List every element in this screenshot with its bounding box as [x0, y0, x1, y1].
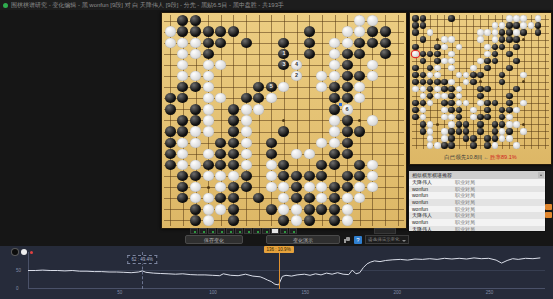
- board-cell[interactable]: [419, 22, 426, 29]
- board-cell[interactable]: [434, 142, 441, 149]
- board-cell[interactable]: [278, 71, 291, 82]
- variation-strip[interactable]: [190, 228, 297, 234]
- board-cell[interactable]: [491, 36, 498, 43]
- variation-step[interactable]: [280, 228, 288, 234]
- similar-game-row[interactable]: wonfun职业对局: [409, 186, 545, 193]
- board-cell[interactable]: [164, 215, 177, 226]
- board-cell[interactable]: [535, 128, 542, 135]
- board-cell[interactable]: [448, 71, 455, 78]
- board-cell[interactable]: [513, 128, 520, 135]
- similar-game-row[interactable]: wonfun职业对局: [409, 199, 545, 206]
- board-cell[interactable]: [499, 78, 506, 85]
- board-cell[interactable]: [513, 86, 520, 93]
- board-cell[interactable]: [542, 93, 549, 100]
- board-cell[interactable]: [366, 104, 379, 115]
- board-cell[interactable]: [441, 107, 448, 114]
- board-cell[interactable]: [341, 59, 354, 70]
- board-cell[interactable]: [177, 193, 190, 204]
- board-cell[interactable]: [491, 107, 498, 114]
- board-cell[interactable]: [366, 59, 379, 70]
- board-cell[interactable]: [535, 71, 542, 78]
- board-cell[interactable]: [520, 114, 527, 121]
- board-cell[interactable]: [265, 26, 278, 37]
- board-cell[interactable]: [391, 126, 404, 137]
- board-cell[interactable]: [513, 100, 520, 107]
- board-cell[interactable]: [448, 107, 455, 114]
- board-cell[interactable]: [434, 114, 441, 121]
- board-cell[interactable]: [303, 37, 316, 48]
- board-cell[interactable]: [513, 43, 520, 50]
- board-cell[interactable]: [202, 137, 215, 148]
- board-cell[interactable]: [484, 93, 491, 100]
- board-cell[interactable]: [527, 64, 534, 71]
- board-cell[interactable]: [303, 215, 316, 226]
- similar-game-row[interactable]: wonfun职业对局: [409, 206, 545, 213]
- board-cell[interactable]: [491, 100, 498, 107]
- board-cell[interactable]: [164, 26, 177, 37]
- board-cell[interactable]: [202, 15, 215, 26]
- board-cell[interactable]: [202, 48, 215, 59]
- board-cell[interactable]: [278, 215, 291, 226]
- board-cell[interactable]: [303, 115, 316, 126]
- board-cell[interactable]: [412, 50, 419, 57]
- board-cell[interactable]: [462, 36, 469, 43]
- board-cell[interactable]: [353, 37, 366, 48]
- board-cell[interactable]: [164, 126, 177, 137]
- board-cell[interactable]: [434, 86, 441, 93]
- board-cell[interactable]: [303, 193, 316, 204]
- board-cell[interactable]: [412, 29, 419, 36]
- board-cell[interactable]: [412, 93, 419, 100]
- board-cell[interactable]: [506, 107, 513, 114]
- board-cell[interactable]: [366, 48, 379, 59]
- board-cell[interactable]: [341, 71, 354, 82]
- board-cell[interactable]: [455, 50, 462, 57]
- board-cell[interactable]: [189, 115, 202, 126]
- board-cell[interactable]: [328, 126, 341, 137]
- board-cell[interactable]: [379, 104, 392, 115]
- board-cell[interactable]: [303, 126, 316, 137]
- board-cell[interactable]: [470, 100, 477, 107]
- board-cell[interactable]: [316, 126, 329, 137]
- board-cell[interactable]: [189, 148, 202, 159]
- board-cell[interactable]: [240, 104, 253, 115]
- board-cell[interactable]: [164, 37, 177, 48]
- board-cell[interactable]: [366, 15, 379, 26]
- board-cell[interactable]: [189, 126, 202, 137]
- board-cell[interactable]: [448, 15, 455, 22]
- board-cell[interactable]: [527, 100, 534, 107]
- board-cell[interactable]: [303, 104, 316, 115]
- board-cell[interactable]: [426, 50, 433, 57]
- board-cell[interactable]: [441, 29, 448, 36]
- toolbar-mini-button[interactable]: [374, 228, 396, 234]
- board-cell[interactable]: [366, 82, 379, 93]
- board-cell[interactable]: [252, 193, 265, 204]
- board-cell[interactable]: [353, 115, 366, 126]
- board-cell[interactable]: [441, 43, 448, 50]
- board-cell[interactable]: [202, 204, 215, 215]
- board-cell[interactable]: [290, 37, 303, 48]
- board-cell[interactable]: [252, 215, 265, 226]
- board-cell[interactable]: [391, 15, 404, 26]
- board-cell[interactable]: [265, 148, 278, 159]
- board-cell[interactable]: [366, 193, 379, 204]
- board-cell[interactable]: [462, 64, 469, 71]
- board-cell[interactable]: [328, 59, 341, 70]
- board-cell[interactable]: [535, 36, 542, 43]
- board-cell[interactable]: [506, 93, 513, 100]
- board-cell[interactable]: [265, 204, 278, 215]
- board-cell[interactable]: [542, 121, 549, 128]
- board-cell[interactable]: [341, 193, 354, 204]
- board-cell[interactable]: [227, 193, 240, 204]
- board-cell[interactable]: [542, 15, 549, 22]
- board-cell[interactable]: [227, 170, 240, 181]
- board-cell[interactable]: [484, 86, 491, 93]
- white-winrate-toggle[interactable]: [21, 249, 27, 255]
- board-cell[interactable]: [328, 48, 341, 59]
- board-cell[interactable]: [252, 82, 265, 93]
- similar-game-row[interactable]: 天降伟人职业对局: [409, 212, 545, 219]
- board-cell[interactable]: [252, 204, 265, 215]
- board-cell[interactable]: [278, 93, 291, 104]
- board-cell[interactable]: [484, 128, 491, 135]
- board-cell[interactable]: [513, 142, 520, 149]
- board-cell[interactable]: [412, 36, 419, 43]
- board-cell[interactable]: [252, 170, 265, 181]
- board-cell[interactable]: [441, 135, 448, 142]
- board-cell[interactable]: [419, 107, 426, 114]
- board-cell[interactable]: [419, 78, 426, 85]
- board-cell[interactable]: [341, 170, 354, 181]
- variation-step[interactable]: [226, 228, 234, 234]
- board-cell[interactable]: [265, 182, 278, 193]
- board-cell[interactable]: [455, 135, 462, 142]
- board-cell[interactable]: [227, 215, 240, 226]
- board-cell[interactable]: [455, 86, 462, 93]
- board-cell[interactable]: [542, 142, 549, 149]
- board-cell[interactable]: [419, 100, 426, 107]
- board-cell[interactable]: 4: [290, 59, 303, 70]
- board-cell[interactable]: [520, 142, 527, 149]
- board-cell[interactable]: [455, 15, 462, 22]
- board-cell[interactable]: [448, 36, 455, 43]
- board-cell[interactable]: [412, 22, 419, 29]
- board-cell[interactable]: [448, 100, 455, 107]
- similar-game-row[interactable]: wonfun职业对局: [409, 192, 545, 199]
- board-cell[interactable]: [520, 36, 527, 43]
- board-cell[interactable]: [434, 50, 441, 57]
- board-cell[interactable]: [499, 100, 506, 107]
- board-cell[interactable]: [240, 15, 253, 26]
- board-cell[interactable]: [462, 142, 469, 149]
- board-cell[interactable]: [542, 29, 549, 36]
- board-cell[interactable]: [426, 64, 433, 71]
- board-cell[interactable]: [265, 215, 278, 226]
- board-cell[interactable]: [391, 215, 404, 226]
- board-cell[interactable]: [290, 204, 303, 215]
- board-cell[interactable]: [278, 193, 291, 204]
- board-cell[interactable]: [491, 43, 498, 50]
- board-cell[interactable]: [252, 126, 265, 137]
- board-cell[interactable]: [484, 43, 491, 50]
- board-cell[interactable]: [527, 78, 534, 85]
- board-cell[interactable]: [434, 57, 441, 64]
- board-cell[interactable]: [164, 104, 177, 115]
- board-cell[interactable]: [527, 135, 534, 142]
- board-cell[interactable]: [448, 135, 455, 142]
- board-cell[interactable]: [177, 71, 190, 82]
- board-cell[interactable]: [290, 82, 303, 93]
- board-cell[interactable]: [265, 93, 278, 104]
- board-cell[interactable]: [164, 159, 177, 170]
- board-cell[interactable]: [455, 142, 462, 149]
- board-cell[interactable]: [379, 82, 392, 93]
- board-cell[interactable]: [303, 82, 316, 93]
- board-cell[interactable]: [353, 82, 366, 93]
- variation-step[interactable]: [253, 228, 261, 234]
- board-cell[interactable]: [265, 59, 278, 70]
- board-cell[interactable]: [177, 126, 190, 137]
- board-cell[interactable]: [379, 26, 392, 37]
- variation-step-active[interactable]: [271, 228, 279, 234]
- board-cell[interactable]: [462, 93, 469, 100]
- board-cell[interactable]: [455, 114, 462, 121]
- board-cell[interactable]: [290, 93, 303, 104]
- board-cell[interactable]: [499, 93, 506, 100]
- board-cell[interactable]: [470, 22, 477, 29]
- board-cell[interactable]: [278, 204, 291, 215]
- board-cell[interactable]: [491, 86, 498, 93]
- board-cell[interactable]: [328, 170, 341, 181]
- board-cell[interactable]: [202, 71, 215, 82]
- board-cell[interactable]: [499, 142, 506, 149]
- board-cell[interactable]: [353, 93, 366, 104]
- board-cell[interactable]: [265, 137, 278, 148]
- board-cell[interactable]: [189, 71, 202, 82]
- board-cell[interactable]: [477, 15, 484, 22]
- board-cell[interactable]: [278, 159, 291, 170]
- board-cell[interactable]: [441, 64, 448, 71]
- board-cell[interactable]: [265, 71, 278, 82]
- board-cell[interactable]: [278, 82, 291, 93]
- board-cell[interactable]: [506, 64, 513, 71]
- board-cell[interactable]: [441, 71, 448, 78]
- board-cell[interactable]: [535, 57, 542, 64]
- board-cell[interactable]: [506, 142, 513, 149]
- board-cell[interactable]: [177, 26, 190, 37]
- board-cell[interactable]: [189, 215, 202, 226]
- board-cell[interactable]: [202, 104, 215, 115]
- board-cell[interactable]: [434, 15, 441, 22]
- board-cell[interactable]: [499, 114, 506, 121]
- board-cell[interactable]: [412, 57, 419, 64]
- board-cell[interactable]: [316, 193, 329, 204]
- board-cell[interactable]: [520, 128, 527, 135]
- board-cell[interactable]: [227, 93, 240, 104]
- board-cell[interactable]: [202, 59, 215, 70]
- board-cell[interactable]: [506, 114, 513, 121]
- board-cell[interactable]: [441, 78, 448, 85]
- board-cell[interactable]: [462, 135, 469, 142]
- board-cell[interactable]: [470, 128, 477, 135]
- board-cell[interactable]: [227, 37, 240, 48]
- board-cell[interactable]: [164, 148, 177, 159]
- board-cell[interactable]: [455, 107, 462, 114]
- board-cell[interactable]: [455, 93, 462, 100]
- board-cell[interactable]: [341, 48, 354, 59]
- board-cell[interactable]: [542, 64, 549, 71]
- board-cell[interactable]: [265, 48, 278, 59]
- board-cell[interactable]: [470, 121, 477, 128]
- board-cell[interactable]: [379, 159, 392, 170]
- board-cell[interactable]: [434, 29, 441, 36]
- board-cell[interactable]: [542, 36, 549, 43]
- board-cell[interactable]: [353, 71, 366, 82]
- board-cell[interactable]: [470, 36, 477, 43]
- board-cell[interactable]: [506, 135, 513, 142]
- board-cell[interactable]: [477, 43, 484, 50]
- board-cell[interactable]: [535, 135, 542, 142]
- board-cell[interactable]: [265, 170, 278, 181]
- board-cell[interactable]: [290, 104, 303, 115]
- board-cell[interactable]: [491, 22, 498, 29]
- board-cell[interactable]: [278, 15, 291, 26]
- board-cell[interactable]: [177, 159, 190, 170]
- board-cell[interactable]: [462, 22, 469, 29]
- board-cell[interactable]: [252, 59, 265, 70]
- board-cell[interactable]: [353, 148, 366, 159]
- board-cell[interactable]: [527, 50, 534, 57]
- board-cell[interactable]: [484, 142, 491, 149]
- board-cell[interactable]: [252, 182, 265, 193]
- board-cell[interactable]: [177, 82, 190, 93]
- board-cell[interactable]: [419, 135, 426, 142]
- board-cell[interactable]: [164, 193, 177, 204]
- board-cell[interactable]: [419, 71, 426, 78]
- board-cell[interactable]: [366, 215, 379, 226]
- board-cell[interactable]: [366, 159, 379, 170]
- board-cell[interactable]: [265, 193, 278, 204]
- board-cell[interactable]: [513, 135, 520, 142]
- board-cell[interactable]: [527, 142, 534, 149]
- board-cell[interactable]: [520, 64, 527, 71]
- board-cell[interactable]: [164, 48, 177, 59]
- board-cell[interactable]: [227, 126, 240, 137]
- board-cell[interactable]: [227, 48, 240, 59]
- board-cell[interactable]: [542, 50, 549, 57]
- side-badge-bottom[interactable]: [545, 212, 552, 218]
- board-cell[interactable]: [240, 71, 253, 82]
- board-cell[interactable]: [391, 93, 404, 104]
- board-cell[interactable]: [303, 15, 316, 26]
- board-cell[interactable]: [535, 114, 542, 121]
- board-cell[interactable]: [448, 78, 455, 85]
- board-cell[interactable]: [412, 100, 419, 107]
- board-cell[interactable]: [455, 57, 462, 64]
- board-cell[interactable]: [316, 170, 329, 181]
- board-cell[interactable]: [353, 159, 366, 170]
- small-board[interactable]: [412, 15, 549, 149]
- board-cell[interactable]: 6: [341, 104, 354, 115]
- board-cell[interactable]: [434, 78, 441, 85]
- board-cell[interactable]: [499, 50, 506, 57]
- board-cell[interactable]: [535, 93, 542, 100]
- board-cell[interactable]: [290, 170, 303, 181]
- board-cell[interactable]: [477, 142, 484, 149]
- board-cell[interactable]: [499, 128, 506, 135]
- board-cell[interactable]: [278, 26, 291, 37]
- board-cell[interactable]: [491, 121, 498, 128]
- board-cell[interactable]: [290, 15, 303, 26]
- board-cell[interactable]: [328, 115, 341, 126]
- board-cell[interactable]: [303, 148, 316, 159]
- board-cell[interactable]: [455, 36, 462, 43]
- board-cell[interactable]: [366, 115, 379, 126]
- board-cell[interactable]: [202, 148, 215, 159]
- board-cell[interactable]: [366, 37, 379, 48]
- board-cell[interactable]: [379, 93, 392, 104]
- board-cell[interactable]: [412, 135, 419, 142]
- board-cell[interactable]: [353, 193, 366, 204]
- board-cell[interactable]: 3: [278, 59, 291, 70]
- board-cell[interactable]: [303, 59, 316, 70]
- board-cell[interactable]: [527, 15, 534, 22]
- board-cell[interactable]: [177, 115, 190, 126]
- board-cell[interactable]: [240, 137, 253, 148]
- board-cell[interactable]: [448, 43, 455, 50]
- board-cell[interactable]: [491, 114, 498, 121]
- board-cell[interactable]: 2: [290, 71, 303, 82]
- board-cell[interactable]: [290, 115, 303, 126]
- board-cell[interactable]: [189, 82, 202, 93]
- board-cell[interactable]: [542, 128, 549, 135]
- board-cell[interactable]: [164, 170, 177, 181]
- board-cell[interactable]: [542, 43, 549, 50]
- board-cell[interactable]: [535, 29, 542, 36]
- board-cell[interactable]: [520, 107, 527, 114]
- board-cell[interactable]: [499, 36, 506, 43]
- board-cell[interactable]: [434, 36, 441, 43]
- board-cell[interactable]: [499, 29, 506, 36]
- board-cell[interactable]: [520, 29, 527, 36]
- board-cell[interactable]: [542, 135, 549, 142]
- board-cell[interactable]: [470, 107, 477, 114]
- board-cell[interactable]: [412, 121, 419, 128]
- board-cell[interactable]: [513, 15, 520, 22]
- board-cell[interactable]: [520, 15, 527, 22]
- board-cell[interactable]: [462, 86, 469, 93]
- board-cell[interactable]: [189, 182, 202, 193]
- board-cell[interactable]: [426, 43, 433, 50]
- board-cell[interactable]: [303, 204, 316, 215]
- board-cell[interactable]: [366, 93, 379, 104]
- board-cell[interactable]: [419, 64, 426, 71]
- board-cell[interactable]: [499, 57, 506, 64]
- board-cell[interactable]: [506, 128, 513, 135]
- board-cell[interactable]: [542, 57, 549, 64]
- board-cell[interactable]: [328, 15, 341, 26]
- board-cell[interactable]: [227, 115, 240, 126]
- board-cell[interactable]: [419, 36, 426, 43]
- board-cell[interactable]: [391, 137, 404, 148]
- board-cell[interactable]: [265, 15, 278, 26]
- board-cell[interactable]: [189, 137, 202, 148]
- board-cell[interactable]: [426, 100, 433, 107]
- board-cell[interactable]: [328, 148, 341, 159]
- board-cell[interactable]: [513, 78, 520, 85]
